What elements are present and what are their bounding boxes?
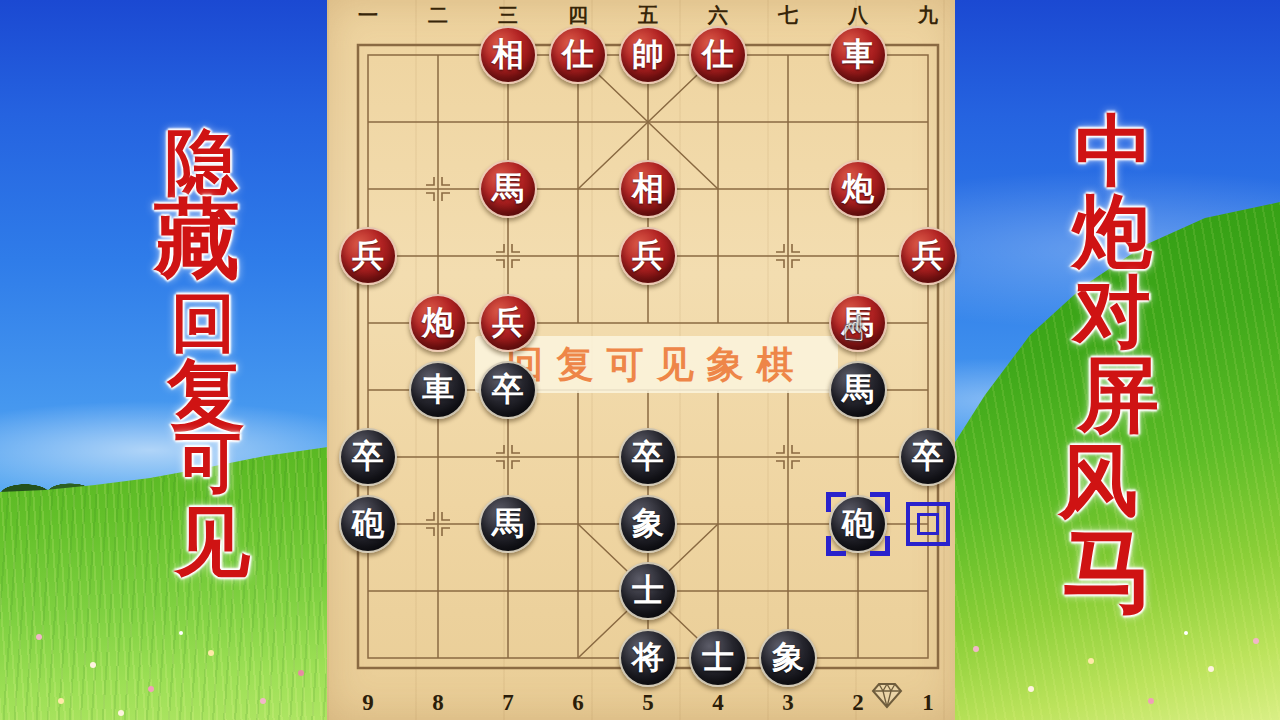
file-label-top: 一	[348, 2, 388, 29]
file-label-top: 九	[908, 2, 948, 29]
piece-red-cannon[interactable]: 炮	[829, 160, 887, 218]
piece-black-soldier[interactable]: 卒	[899, 428, 957, 486]
piece-red-soldier[interactable]: 兵	[899, 227, 957, 285]
file-label-bottom: 1	[908, 690, 948, 716]
piece-red-horse[interactable]: 馬	[479, 160, 537, 218]
piece-black-soldier[interactable]: 卒	[339, 428, 397, 486]
piece-red-elephant[interactable]: 相	[619, 160, 677, 218]
piece-red-soldier[interactable]: 兵	[619, 227, 677, 285]
piece-red-advisor[interactable]: 仕	[689, 26, 747, 84]
piece-red-soldier[interactable]: 兵	[479, 294, 537, 352]
file-label-top: 七	[768, 2, 808, 29]
piece-red-general[interactable]: 帥	[619, 26, 677, 84]
file-label-bottom: 5	[628, 690, 668, 716]
bracket-corner	[870, 492, 890, 512]
file-label-bottom: 9	[348, 690, 388, 716]
hand-cursor-icon: ☝	[843, 308, 865, 349]
piece-black-elephant[interactable]: 象	[619, 495, 677, 553]
piece-black-cannon[interactable]: 砲	[339, 495, 397, 553]
file-label-top: 六	[698, 2, 738, 29]
selection-brackets	[826, 492, 890, 556]
bracket-corner	[870, 536, 890, 556]
file-label-bottom: 4	[698, 690, 738, 716]
file-label-top: 二	[418, 2, 458, 29]
piece-red-cannon[interactable]: 炮	[409, 294, 467, 352]
piece-black-advisor[interactable]: 士	[619, 562, 677, 620]
left-banner-char: 见	[174, 492, 250, 595]
file-label-bottom: 6	[558, 690, 598, 716]
piece-black-chariot[interactable]: 車	[409, 361, 467, 419]
file-label-top: 八	[838, 2, 878, 29]
file-label-top: 五	[628, 2, 668, 29]
file-label-bottom: 7	[488, 690, 528, 716]
piece-red-advisor[interactable]: 仕	[549, 26, 607, 84]
file-label-bottom: 3	[768, 690, 808, 716]
screen: 隐 藏 回 复 可 见 中 炮 对 屏 风 马	[0, 0, 1280, 720]
piece-black-horse[interactable]: 馬	[479, 495, 537, 553]
bracket-corner	[826, 536, 846, 556]
piece-black-soldier[interactable]: 卒	[479, 361, 537, 419]
file-label-bottom: 8	[418, 690, 458, 716]
file-label-top: 三	[488, 2, 528, 29]
piece-black-general[interactable]: 将	[619, 629, 677, 687]
piece-red-chariot[interactable]: 車	[829, 26, 887, 84]
bracket-corner	[826, 492, 846, 512]
piece-red-soldier[interactable]: 兵	[339, 227, 397, 285]
xiangqi-board[interactable]: 一 二 三 四 五 六 七 八 九 9 8 7 6 5 4 3 2 1 回复可见…	[327, 0, 955, 720]
move-origin-marker-inner	[917, 513, 939, 535]
piece-black-advisor[interactable]: 士	[689, 629, 747, 687]
piece-black-elephant[interactable]: 象	[759, 629, 817, 687]
piece-black-horse[interactable]: 馬	[829, 361, 887, 419]
piece-black-soldier[interactable]: 卒	[619, 428, 677, 486]
file-label-top: 四	[558, 2, 598, 29]
piece-red-elephant[interactable]: 相	[479, 26, 537, 84]
gem-icon[interactable]	[870, 680, 904, 710]
right-banner-char: 马	[1062, 510, 1154, 634]
meadow-flowers	[0, 0, 2, 2]
move-origin-marker	[906, 502, 950, 546]
